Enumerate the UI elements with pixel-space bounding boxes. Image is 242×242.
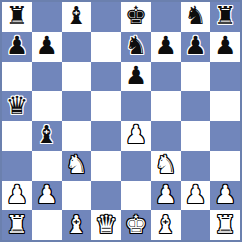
square-f2[interactable]: ♟ [151, 181, 181, 211]
square-b7[interactable]: ♟ [32, 32, 62, 62]
white-pawn-f2[interactable]: ♟ [154, 182, 176, 207]
square-e6[interactable]: ♟ [121, 62, 151, 92]
square-e5[interactable] [121, 91, 151, 121]
square-a8[interactable]: ♜ [2, 2, 32, 32]
black-rook-a8[interactable]: ♜ [6, 3, 28, 28]
square-a2[interactable]: ♟ [2, 181, 32, 211]
square-f4[interactable] [151, 121, 181, 151]
square-h6[interactable] [210, 62, 240, 92]
square-b1[interactable] [32, 210, 62, 240]
square-e4[interactable]: ♟ [121, 121, 151, 151]
black-queen-a5[interactable]: ♛ [6, 93, 28, 118]
white-knight-f3[interactable]: ♞ [154, 152, 176, 177]
square-g4[interactable] [181, 121, 211, 151]
black-bishop-b4[interactable]: ♝ [35, 122, 57, 147]
square-c3[interactable]: ♞ [62, 151, 92, 181]
white-pawn-h2[interactable]: ♟ [214, 182, 236, 207]
square-a5[interactable]: ♛ [2, 91, 32, 121]
black-pawn-f7[interactable]: ♟ [154, 33, 176, 58]
square-d8[interactable] [91, 2, 121, 32]
black-knight-g8[interactable]: ♞ [184, 3, 206, 28]
square-f8[interactable] [151, 2, 181, 32]
square-e7[interactable]: ♞ [121, 32, 151, 62]
square-e2[interactable] [121, 181, 151, 211]
square-a3[interactable] [2, 151, 32, 181]
square-g8[interactable]: ♞ [181, 2, 211, 32]
square-g7[interactable]: ♟ [181, 32, 211, 62]
black-bishop-c8[interactable]: ♝ [65, 3, 87, 28]
square-g1[interactable] [181, 210, 211, 240]
black-pawn-g7[interactable]: ♟ [184, 33, 206, 58]
square-f6[interactable] [151, 62, 181, 92]
square-g2[interactable]: ♟ [181, 181, 211, 211]
square-a6[interactable] [2, 62, 32, 92]
square-h7[interactable]: ♟ [210, 32, 240, 62]
square-e3[interactable] [121, 151, 151, 181]
square-h4[interactable] [210, 121, 240, 151]
square-f5[interactable] [151, 91, 181, 121]
square-a4[interactable] [2, 121, 32, 151]
square-h2[interactable]: ♟ [210, 181, 240, 211]
white-bishop-f1[interactable]: ♝ [154, 212, 176, 237]
square-c6[interactable] [62, 62, 92, 92]
black-knight-e7[interactable]: ♞ [125, 33, 147, 58]
square-a1[interactable]: ♜ [2, 210, 32, 240]
square-g5[interactable] [181, 91, 211, 121]
square-d2[interactable] [91, 181, 121, 211]
square-b3[interactable] [32, 151, 62, 181]
white-pawn-b2[interactable]: ♟ [35, 182, 57, 207]
square-d3[interactable] [91, 151, 121, 181]
square-c7[interactable] [62, 32, 92, 62]
square-e1[interactable]: ♚ [121, 210, 151, 240]
black-pawn-e6[interactable]: ♟ [125, 63, 147, 88]
square-g6[interactable] [181, 62, 211, 92]
square-h5[interactable] [210, 91, 240, 121]
square-b2[interactable]: ♟ [32, 181, 62, 211]
square-d7[interactable] [91, 32, 121, 62]
white-rook-a1[interactable]: ♜ [6, 212, 28, 237]
square-f7[interactable]: ♟ [151, 32, 181, 62]
square-b5[interactable] [32, 91, 62, 121]
square-d5[interactable] [91, 91, 121, 121]
square-d6[interactable] [91, 62, 121, 92]
square-g3[interactable] [181, 151, 211, 181]
square-e8[interactable]: ♚ [121, 2, 151, 32]
black-king-e8[interactable]: ♚ [125, 3, 147, 28]
white-pawn-e4[interactable]: ♟ [125, 122, 147, 147]
black-pawn-a7[interactable]: ♟ [6, 33, 28, 58]
white-pawn-a2[interactable]: ♟ [6, 182, 28, 207]
square-c2[interactable] [62, 181, 92, 211]
square-b4[interactable]: ♝ [32, 121, 62, 151]
black-pawn-b7[interactable]: ♟ [35, 33, 57, 58]
square-c1[interactable]: ♝ [62, 210, 92, 240]
white-pawn-g2[interactable]: ♟ [184, 182, 206, 207]
black-rook-h8[interactable]: ♜ [214, 3, 236, 28]
square-f1[interactable]: ♝ [151, 210, 181, 240]
square-f3[interactable]: ♞ [151, 151, 181, 181]
white-king-e1[interactable]: ♚ [125, 212, 147, 237]
square-h1[interactable]: ♜ [210, 210, 240, 240]
square-c8[interactable]: ♝ [62, 2, 92, 32]
square-h8[interactable]: ♜ [210, 2, 240, 32]
square-a7[interactable]: ♟ [2, 32, 32, 62]
black-pawn-h7[interactable]: ♟ [214, 33, 236, 58]
white-knight-c3[interactable]: ♞ [65, 152, 87, 177]
chess-board: ♜♝♚♞♜♟♟♞♟♟♟♟♛♝♟♞♞♟♟♟♟♟♜♝♛♚♝♜ [0, 0, 242, 242]
square-d4[interactable] [91, 121, 121, 151]
square-b8[interactable] [32, 2, 62, 32]
white-bishop-c1[interactable]: ♝ [65, 212, 87, 237]
white-rook-h1[interactable]: ♜ [214, 212, 236, 237]
square-h3[interactable] [210, 151, 240, 181]
white-queen-d1[interactable]: ♛ [95, 212, 117, 237]
square-b6[interactable] [32, 62, 62, 92]
square-c4[interactable] [62, 121, 92, 151]
square-d1[interactable]: ♛ [91, 210, 121, 240]
square-c5[interactable] [62, 91, 92, 121]
